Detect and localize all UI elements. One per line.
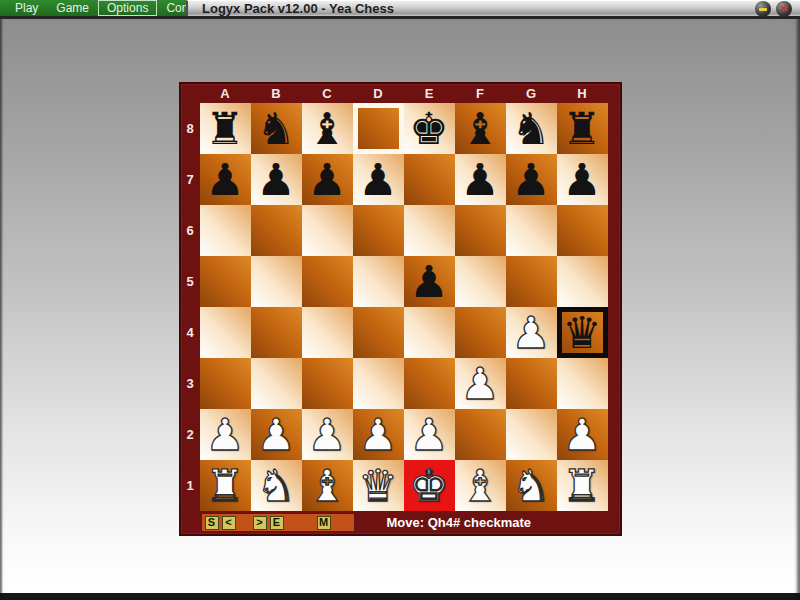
square-e8[interactable]: ♚ xyxy=(404,103,455,154)
board-corner xyxy=(181,84,200,103)
rank-label-2: 2 xyxy=(181,409,200,460)
status-bar: S<>EM Move: Qh4# checkmate xyxy=(181,511,620,534)
white-bishop-f1: ♝ xyxy=(460,464,499,508)
square-d1[interactable]: ♛ xyxy=(353,460,404,511)
black-pawn-b7: ♟ xyxy=(256,158,295,202)
close-icon: ✕ xyxy=(780,4,788,14)
replay-button-strip: S<>EM xyxy=(202,514,354,531)
button-next[interactable]: > xyxy=(253,516,267,530)
square-g8[interactable]: ♞ xyxy=(506,103,557,154)
rank-label-7: 7 xyxy=(181,154,200,205)
black-pawn-f7: ♟ xyxy=(460,158,499,202)
menu-item-game[interactable]: Game xyxy=(47,0,98,16)
board-right-spacer xyxy=(608,256,622,307)
white-pawn-g4: ♟ xyxy=(511,311,550,355)
square-b1[interactable]: ♞ xyxy=(251,460,302,511)
square-a3[interactable] xyxy=(200,358,251,409)
black-knight-b8: ♞ xyxy=(256,107,295,151)
square-h2[interactable]: ♟ xyxy=(557,409,608,460)
square-c1[interactable]: ♝ xyxy=(302,460,353,511)
black-pawn-d7: ♟ xyxy=(358,158,397,202)
square-e2[interactable]: ♟ xyxy=(404,409,455,460)
file-label-f: F xyxy=(455,84,506,103)
square-a6[interactable] xyxy=(200,205,251,256)
square-c6[interactable] xyxy=(302,205,353,256)
top-bar: PlayGameOptionsCommon Logyx Pack v12.00 … xyxy=(0,0,800,19)
square-g1[interactable]: ♞ xyxy=(506,460,557,511)
file-label-g: G xyxy=(506,84,557,103)
white-knight-g1: ♞ xyxy=(511,464,550,508)
menu-bar: PlayGameOptionsCommon xyxy=(0,0,186,16)
black-rook-h8: ♜ xyxy=(562,107,601,151)
square-c5[interactable] xyxy=(302,256,353,307)
square-d7[interactable]: ♟ xyxy=(353,154,404,205)
chess-board: ABCDEFGH8♜♞♝♚♝♞♜7♟♟♟♟♟♟♟65♟4♟♛3♟2♟♟♟♟♟♟1… xyxy=(179,82,622,536)
file-label-d: D xyxy=(353,84,404,103)
square-h1[interactable]: ♜ xyxy=(557,460,608,511)
square-c2[interactable]: ♟ xyxy=(302,409,353,460)
square-b3[interactable] xyxy=(251,358,302,409)
square-g5[interactable] xyxy=(506,256,557,307)
square-a1[interactable]: ♜ xyxy=(200,460,251,511)
title-bar: Logyx Pack v12.00 - Yea Chess ✕ xyxy=(186,0,800,16)
square-a2[interactable]: ♟ xyxy=(200,409,251,460)
square-b2[interactable]: ♟ xyxy=(251,409,302,460)
square-e6[interactable] xyxy=(404,205,455,256)
square-b5[interactable] xyxy=(251,256,302,307)
square-g7[interactable]: ♟ xyxy=(506,154,557,205)
close-button[interactable]: ✕ xyxy=(776,1,792,17)
button-prev[interactable]: < xyxy=(222,516,236,530)
square-g3[interactable] xyxy=(506,358,557,409)
board-right-spacer xyxy=(608,154,622,205)
black-pawn-g7: ♟ xyxy=(511,158,550,202)
square-e3[interactable] xyxy=(404,358,455,409)
square-d5[interactable] xyxy=(353,256,404,307)
window-title: Logyx Pack v12.00 - Yea Chess xyxy=(202,1,394,16)
rank-label-3: 3 xyxy=(181,358,200,409)
black-pawn-c7: ♟ xyxy=(307,158,346,202)
white-pawn-a2: ♟ xyxy=(205,413,244,457)
square-h5[interactable] xyxy=(557,256,608,307)
square-f6[interactable] xyxy=(455,205,506,256)
minimize-button[interactable] xyxy=(755,1,771,17)
black-pawn-a7: ♟ xyxy=(205,158,244,202)
board-right-spacer xyxy=(608,409,622,460)
square-e1[interactable]: ♚ xyxy=(404,460,455,511)
black-queen-h4: ♛ xyxy=(562,311,601,355)
square-b7[interactable]: ♟ xyxy=(251,154,302,205)
square-f8[interactable]: ♝ xyxy=(455,103,506,154)
menu-item-play[interactable]: Play xyxy=(6,0,47,16)
square-a4[interactable] xyxy=(200,307,251,358)
black-bishop-c8: ♝ xyxy=(307,107,346,151)
square-h7[interactable]: ♟ xyxy=(557,154,608,205)
black-knight-g8: ♞ xyxy=(511,107,550,151)
square-c7[interactable]: ♟ xyxy=(302,154,353,205)
white-bishop-c1: ♝ xyxy=(307,464,346,508)
black-bishop-f8: ♝ xyxy=(460,107,499,151)
square-h8[interactable]: ♜ xyxy=(557,103,608,154)
square-f2[interactable] xyxy=(455,409,506,460)
white-rook-h1: ♜ xyxy=(562,464,601,508)
square-a8[interactable]: ♜ xyxy=(200,103,251,154)
white-pawn-h2: ♟ xyxy=(562,413,601,457)
square-d8[interactable] xyxy=(353,103,404,154)
rank-label-5: 5 xyxy=(181,256,200,307)
white-knight-b1: ♞ xyxy=(256,464,295,508)
white-queen-d1: ♛ xyxy=(358,464,397,508)
board-grid: ABCDEFGH8♜♞♝♚♝♞♜7♟♟♟♟♟♟♟65♟4♟♛3♟2♟♟♟♟♟♟1… xyxy=(181,84,620,511)
square-c8[interactable]: ♝ xyxy=(302,103,353,154)
black-king-e8: ♚ xyxy=(409,107,448,151)
square-a7[interactable]: ♟ xyxy=(200,154,251,205)
rank-label-6: 6 xyxy=(181,205,200,256)
move-status-text: Move: Qh4# checkmate xyxy=(387,515,532,530)
black-rook-a8: ♜ xyxy=(205,107,244,151)
square-c4[interactable] xyxy=(302,307,353,358)
black-pawn-e5: ♟ xyxy=(409,260,448,304)
board-corner xyxy=(608,84,622,103)
square-f5[interactable] xyxy=(455,256,506,307)
file-label-a: A xyxy=(200,84,251,103)
white-king-e1: ♚ xyxy=(409,464,448,508)
white-pawn-b2: ♟ xyxy=(256,413,295,457)
square-f4[interactable] xyxy=(455,307,506,358)
file-label-h: H xyxy=(557,84,608,103)
rank-label-1: 1 xyxy=(181,460,200,511)
white-pawn-c2: ♟ xyxy=(307,413,346,457)
board-right-spacer xyxy=(608,307,622,358)
board-right-spacer xyxy=(608,205,622,256)
square-d6[interactable] xyxy=(353,205,404,256)
button-end[interactable]: E xyxy=(270,516,284,530)
white-pawn-f3: ♟ xyxy=(460,362,499,406)
square-e4[interactable] xyxy=(404,307,455,358)
white-pawn-d2: ♟ xyxy=(358,413,397,457)
file-label-e: E xyxy=(404,84,455,103)
square-f7[interactable]: ♟ xyxy=(455,154,506,205)
rank-label-4: 4 xyxy=(181,307,200,358)
square-h4[interactable]: ♛ xyxy=(557,307,608,358)
minimize-icon xyxy=(759,8,767,11)
square-g2[interactable] xyxy=(506,409,557,460)
file-label-c: C xyxy=(302,84,353,103)
square-h3[interactable] xyxy=(557,358,608,409)
square-g6[interactable] xyxy=(506,205,557,256)
square-a5[interactable] xyxy=(200,256,251,307)
white-pawn-e2: ♟ xyxy=(409,413,448,457)
app-window: PlayGameOptionsCommon Logyx Pack v12.00 … xyxy=(0,0,800,600)
square-e7[interactable] xyxy=(404,154,455,205)
menu-item-options[interactable]: Options xyxy=(98,0,157,16)
square-c3[interactable] xyxy=(302,358,353,409)
square-g4[interactable]: ♟ xyxy=(506,307,557,358)
button-m[interactable]: M xyxy=(317,516,331,530)
white-rook-a1: ♜ xyxy=(205,464,244,508)
window-controls: ✕ xyxy=(755,1,792,17)
square-d4[interactable] xyxy=(353,307,404,358)
black-pawn-h7: ♟ xyxy=(562,158,601,202)
file-label-b: B xyxy=(251,84,302,103)
square-b4[interactable] xyxy=(251,307,302,358)
board-right-spacer xyxy=(608,358,622,409)
square-b6[interactable] xyxy=(251,205,302,256)
square-f1[interactable]: ♝ xyxy=(455,460,506,511)
board-right-spacer xyxy=(608,460,622,511)
square-d3[interactable] xyxy=(353,358,404,409)
button-start[interactable]: S xyxy=(205,516,219,530)
square-e5[interactable]: ♟ xyxy=(404,256,455,307)
rank-label-8: 8 xyxy=(181,103,200,154)
board-right-spacer xyxy=(608,103,622,154)
square-f3[interactable]: ♟ xyxy=(455,358,506,409)
square-b8[interactable]: ♞ xyxy=(251,103,302,154)
square-d2[interactable]: ♟ xyxy=(353,409,404,460)
square-h6[interactable] xyxy=(557,205,608,256)
